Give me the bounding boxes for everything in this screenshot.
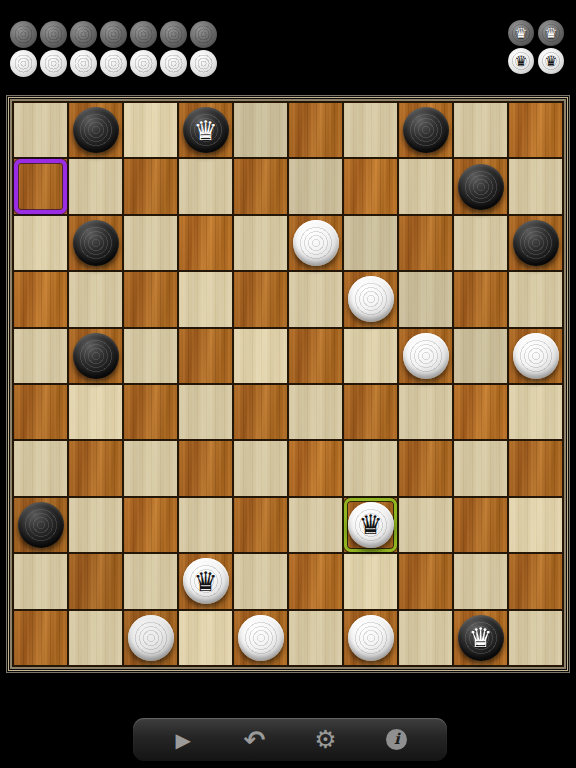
tray-white-man xyxy=(10,50,37,77)
tray-white-man xyxy=(190,50,217,77)
tray-black-king: ♛ xyxy=(508,20,534,46)
settings-icon: ⚙ xyxy=(314,727,336,752)
square-r6c10 xyxy=(509,385,562,439)
square-r3c8[interactable] xyxy=(399,216,452,270)
play-icon: ▶ xyxy=(175,730,190,750)
square-r2c5[interactable] xyxy=(234,159,287,213)
square-r5c1 xyxy=(14,329,67,383)
square-r1c8[interactable] xyxy=(399,103,452,157)
square-r10c10 xyxy=(509,611,562,665)
white-man-piece[interactable] xyxy=(128,615,174,661)
square-r8c7[interactable]: ♛ xyxy=(344,498,397,552)
square-r7c2[interactable] xyxy=(69,441,122,495)
square-r1c3 xyxy=(124,103,177,157)
square-r4c10 xyxy=(509,272,562,326)
square-r3c10[interactable] xyxy=(509,216,562,270)
crown-icon: ♛ xyxy=(545,26,558,40)
square-r2c3[interactable] xyxy=(124,159,177,213)
tray-row-black-king: ♛♛ xyxy=(508,20,564,46)
square-r8c1[interactable] xyxy=(14,498,67,552)
tray-white-man xyxy=(70,50,97,77)
board-frame-inner: ♛♛♛♛ xyxy=(8,97,568,671)
square-r7c8[interactable] xyxy=(399,441,452,495)
square-r6c7[interactable] xyxy=(344,385,397,439)
tray-black-man xyxy=(100,21,127,48)
white-man-piece[interactable] xyxy=(403,333,449,379)
black-man-piece[interactable] xyxy=(73,107,119,153)
board-frame-edge: ♛♛♛♛ xyxy=(10,99,566,669)
black-king-piece[interactable]: ♛ xyxy=(458,615,504,661)
square-r3c4[interactable] xyxy=(179,216,232,270)
square-r3c7 xyxy=(344,216,397,270)
tray-black-king: ♛ xyxy=(538,20,564,46)
white-man-piece[interactable] xyxy=(238,615,284,661)
black-man-piece[interactable] xyxy=(513,220,559,266)
tray-white-king: ♛ xyxy=(508,48,534,74)
tray-white-king: ♛ xyxy=(538,48,564,74)
tray-row-white-king: ♛♛ xyxy=(508,48,564,74)
square-r2c8 xyxy=(399,159,452,213)
undo-button[interactable]: ↶ xyxy=(233,720,275,760)
square-r9c2[interactable] xyxy=(69,554,122,608)
tray-white-man xyxy=(40,50,67,77)
black-man-piece[interactable] xyxy=(403,107,449,153)
square-r4c8 xyxy=(399,272,452,326)
crown-icon: ♛ xyxy=(545,54,558,68)
square-r7c4[interactable] xyxy=(179,441,232,495)
checkers-board: ♛♛♛♛ xyxy=(14,103,562,665)
square-r3c5 xyxy=(234,216,287,270)
bottom-toolbar: ▶↶⚙i xyxy=(133,718,447,761)
square-r10c8 xyxy=(399,611,452,665)
square-r5c8[interactable] xyxy=(399,329,452,383)
square-r4c9[interactable] xyxy=(454,272,507,326)
undo-icon: ↶ xyxy=(243,727,265,753)
tray-white-man xyxy=(100,50,127,77)
square-r6c6 xyxy=(289,385,342,439)
square-r9c7 xyxy=(344,554,397,608)
square-r7c6[interactable] xyxy=(289,441,342,495)
white-man-piece[interactable] xyxy=(348,276,394,322)
square-r6c1[interactable] xyxy=(14,385,67,439)
tray-row-black-man xyxy=(10,21,217,48)
info-button[interactable]: i xyxy=(376,720,418,760)
square-r4c2 xyxy=(69,272,122,326)
square-r5c5 xyxy=(234,329,287,383)
material-tray-kings: ♛♛♛♛ xyxy=(508,20,564,74)
square-r9c10[interactable] xyxy=(509,554,562,608)
square-r1c1 xyxy=(14,103,67,157)
white-man-piece[interactable] xyxy=(513,333,559,379)
square-r1c7 xyxy=(344,103,397,157)
square-r1c4[interactable]: ♛ xyxy=(179,103,232,157)
square-r8c6 xyxy=(289,498,342,552)
square-r8c8 xyxy=(399,498,452,552)
square-r1c6[interactable] xyxy=(289,103,342,157)
black-man-piece[interactable] xyxy=(73,333,119,379)
square-r8c9[interactable] xyxy=(454,498,507,552)
square-r4c3[interactable] xyxy=(124,272,177,326)
square-r10c2 xyxy=(69,611,122,665)
square-r2c6 xyxy=(289,159,342,213)
square-r5c9 xyxy=(454,329,507,383)
white-king-piece[interactable]: ♛ xyxy=(183,558,229,604)
square-r6c2 xyxy=(69,385,122,439)
square-r10c9[interactable]: ♛ xyxy=(454,611,507,665)
square-r10c4 xyxy=(179,611,232,665)
square-r10c3[interactable] xyxy=(124,611,177,665)
tray-black-man xyxy=(70,21,97,48)
tray-white-man xyxy=(160,50,187,77)
square-r8c3[interactable] xyxy=(124,498,177,552)
tray-black-man xyxy=(10,21,37,48)
square-r3c9 xyxy=(454,216,507,270)
square-r7c10[interactable] xyxy=(509,441,562,495)
crown-icon: ♛ xyxy=(468,622,492,653)
square-r1c9 xyxy=(454,103,507,157)
square-r9c1 xyxy=(14,554,67,608)
square-r2c2 xyxy=(69,159,122,213)
square-r6c4 xyxy=(179,385,232,439)
square-r6c3[interactable] xyxy=(124,385,177,439)
black-man-piece[interactable] xyxy=(18,502,64,548)
square-r4c5[interactable] xyxy=(234,272,287,326)
square-r9c6[interactable] xyxy=(289,554,342,608)
square-r7c5 xyxy=(234,441,287,495)
tray-row-white-man xyxy=(10,50,217,77)
square-r3c6[interactable] xyxy=(289,216,342,270)
tray-white-man xyxy=(130,50,157,77)
square-r3c1 xyxy=(14,216,67,270)
tray-black-man xyxy=(40,21,67,48)
crown-icon: ♛ xyxy=(193,566,217,597)
info-icon: i xyxy=(386,729,407,750)
square-r3c2[interactable] xyxy=(69,216,122,270)
square-r8c10 xyxy=(509,498,562,552)
white-man-piece[interactable] xyxy=(293,220,339,266)
square-r10c5[interactable] xyxy=(234,611,287,665)
square-r4c1[interactable] xyxy=(14,272,67,326)
square-r1c10[interactable] xyxy=(509,103,562,157)
square-r8c2 xyxy=(69,498,122,552)
square-r5c10[interactable] xyxy=(509,329,562,383)
square-r10c7[interactable] xyxy=(344,611,397,665)
square-r9c8[interactable] xyxy=(399,554,452,608)
settings-button[interactable]: ⚙ xyxy=(305,720,347,760)
square-r1c5 xyxy=(234,103,287,157)
tray-black-man xyxy=(160,21,187,48)
crown-icon: ♛ xyxy=(358,509,382,540)
square-r6c5[interactable] xyxy=(234,385,287,439)
square-r4c6 xyxy=(289,272,342,326)
square-r5c4[interactable] xyxy=(179,329,232,383)
tray-black-man xyxy=(190,21,217,48)
square-r2c4 xyxy=(179,159,232,213)
crown-icon: ♛ xyxy=(515,26,528,40)
black-man-piece[interactable] xyxy=(73,220,119,266)
purple-highlight xyxy=(14,159,67,213)
white-man-piece[interactable] xyxy=(348,615,394,661)
square-r5c3 xyxy=(124,329,177,383)
square-r5c7 xyxy=(344,329,397,383)
square-r7c3 xyxy=(124,441,177,495)
square-r8c5[interactable] xyxy=(234,498,287,552)
square-r2c10 xyxy=(509,159,562,213)
square-r4c7[interactable] xyxy=(344,272,397,326)
black-man-piece[interactable] xyxy=(458,164,504,210)
square-r2c1[interactable] xyxy=(14,159,67,213)
square-r3c3 xyxy=(124,216,177,270)
square-r6c9[interactable] xyxy=(454,385,507,439)
square-r6c8 xyxy=(399,385,452,439)
white-king-piece[interactable]: ♛ xyxy=(348,502,394,548)
square-r7c7 xyxy=(344,441,397,495)
black-king-piece[interactable]: ♛ xyxy=(183,107,229,153)
square-r5c6[interactable] xyxy=(289,329,342,383)
square-r10c6 xyxy=(289,611,342,665)
square-r7c9 xyxy=(454,441,507,495)
material-tray-men xyxy=(10,21,217,77)
square-r10c1[interactable] xyxy=(14,611,67,665)
crown-icon: ♛ xyxy=(515,54,528,68)
square-r9c5 xyxy=(234,554,287,608)
square-r9c9 xyxy=(454,554,507,608)
play-button[interactable]: ▶ xyxy=(162,720,204,760)
square-r2c9[interactable] xyxy=(454,159,507,213)
square-r7c1 xyxy=(14,441,67,495)
board-frame: ♛♛♛♛ xyxy=(6,95,570,673)
square-r1c2[interactable] xyxy=(69,103,122,157)
square-r5c2[interactable] xyxy=(69,329,122,383)
tray-black-man xyxy=(130,21,157,48)
crown-icon: ♛ xyxy=(193,115,217,146)
square-r4c4 xyxy=(179,272,232,326)
square-r2c7[interactable] xyxy=(344,159,397,213)
square-r9c4[interactable]: ♛ xyxy=(179,554,232,608)
square-r9c3 xyxy=(124,554,177,608)
square-r8c4 xyxy=(179,498,232,552)
